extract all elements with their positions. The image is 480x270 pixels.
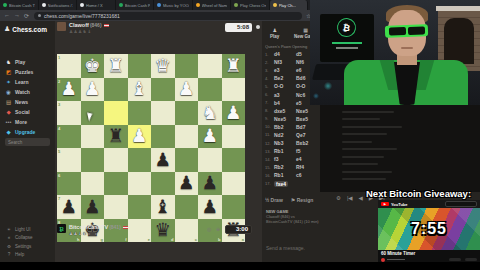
black-move[interactable]: Bxb2 (296, 140, 318, 146)
bitcoin-cash-banner: ₿ (320, 14, 374, 62)
social-icon: ◆ (5, 109, 12, 115)
streamer-mouth (401, 47, 413, 49)
tab-label: Bitcoin Cash Price (B... (125, 3, 151, 8)
white-p-piece[interactable]: ♟ (128, 125, 152, 149)
bottom-player-avatar[interactable]: ₿ (57, 224, 66, 233)
white-p-piece[interactable]: ♟ (222, 101, 246, 125)
sunglass-lens (388, 27, 405, 36)
square-h3[interactable]: 3 (57, 101, 81, 125)
square-c1[interactable] (175, 54, 199, 78)
sidebar-item-social[interactable]: ◆Social (5, 107, 53, 117)
url-text[interactable]: chess.com/game/live/7778231681 (44, 13, 120, 19)
black-move[interactable]: f5 (296, 148, 318, 154)
white-p-piece[interactable]: ♟ (175, 78, 199, 102)
chat-message-bar (342, 118, 380, 120)
status-dot (256, 25, 260, 29)
top-player-clock: 5:08 (225, 23, 252, 32)
learn-icon: ✦ (5, 79, 12, 85)
bottom-player-clock: 3:00 (225, 225, 252, 234)
chess-board[interactable]: 1♚♜♛♜2♟♟♝♟3♞♟4♜♟♟5♟6♟♟7♟♟♝♟8hg♚fed♛cba♜ (57, 54, 245, 242)
square-a6[interactable] (222, 172, 246, 196)
square-e3[interactable] (128, 101, 152, 125)
square-c2[interactable]: ♟ (175, 78, 199, 102)
sunglass-lens (407, 26, 424, 35)
bitcoin-logo-icon: ₿ (335, 16, 357, 38)
collapse-icon: « (6, 235, 12, 240)
square-g1[interactable]: ♚ (81, 54, 105, 78)
diamond-icon: ◆ (5, 129, 12, 135)
like-button (449, 258, 461, 262)
white-move[interactable]: d4 (274, 51, 296, 57)
youtube-brand: YouTube (391, 202, 408, 207)
tab-label: Music by YOOA (... (163, 3, 189, 8)
countdown-timer: 7:55 (411, 220, 447, 238)
white-move[interactable]: Nd2 (274, 132, 296, 138)
rank-label-6: 6 (58, 173, 60, 178)
youtube-chrome: ▶ YouTube (378, 200, 480, 208)
square-g7[interactable]: ♟ (81, 195, 105, 219)
sidebar-item-label: Puzzles (15, 69, 33, 75)
stream-chat-overlay (320, 105, 480, 192)
tab-label: Home / X (86, 3, 103, 8)
chat-line-2: BitcoinCashTV (841) (10 min) (266, 219, 376, 224)
square-a4[interactable] (222, 125, 246, 149)
tab-favicon (42, 3, 46, 7)
resign-button[interactable]: ⚑ Resign (291, 197, 314, 203)
square-a1[interactable]: ♜ (222, 54, 246, 78)
white-move[interactable]: Rb1 (274, 172, 296, 178)
new-game-tab-icon: ▦ (303, 27, 308, 33)
square-g4[interactable] (81, 125, 105, 149)
play-tab-label: Play (270, 34, 279, 39)
file-label-f: f (125, 237, 126, 242)
more-icon: ••• (5, 119, 12, 125)
footer-item-label: Collapse (15, 235, 33, 240)
logo-text: Chess.com (12, 26, 47, 33)
video-title: 60 Minute Timer (381, 251, 415, 256)
move-number: 8. (265, 108, 274, 113)
top-captured-tray: ♟♟♟♞♝ (69, 29, 92, 34)
tab-play[interactable]: ♟ Play (270, 27, 279, 39)
black-move[interactable]: Rf4 (296, 164, 318, 170)
square-b3[interactable]: ♞ (198, 101, 222, 125)
square-d1[interactable]: ♛ (151, 54, 175, 78)
white-move[interactable]: dxe5 (274, 108, 296, 114)
square-h4[interactable]: 4 (57, 125, 81, 149)
bottom-player-name[interactable]: BitcoinCashTV(841) (69, 224, 128, 230)
white-move[interactable]: f3 (274, 156, 296, 162)
square-c7[interactable] (175, 195, 199, 219)
move-row-10: 10.Bb2Bd7 (265, 123, 321, 131)
move-number: 11. (265, 132, 274, 137)
move-row-16: 16.Rb1c6 (265, 171, 321, 179)
move-row-11: 11.Nd2Qe7 (265, 131, 321, 139)
file-label-e: e (148, 237, 150, 242)
search-placeholder: Search (8, 140, 22, 145)
bottom-player-row: ₿ BitcoinCashTV(841) ♟♟♝♞ ◎ ⊕ 3:00 (57, 224, 253, 236)
move-number: 2. (265, 60, 274, 65)
square-a5[interactable] (222, 148, 246, 172)
square-e4[interactable]: ♟ (128, 125, 152, 149)
chat-message-bar (342, 111, 394, 113)
black-move[interactable]: Nxe5 (296, 108, 318, 114)
prev-move-button[interactable]: ◀ (359, 195, 363, 201)
move-number: 17. (265, 181, 274, 186)
footer-item-settings[interactable]: ⚙Settings (6, 242, 52, 250)
tab-favicon (80, 3, 84, 7)
bottom-player-rating: (841) (109, 224, 121, 230)
square-b1[interactable] (198, 54, 222, 78)
channel-avatar (381, 258, 385, 262)
white-k-piece[interactable]: ♚ (81, 54, 105, 78)
tab-favicon (273, 3, 277, 7)
move-number: 9. (265, 116, 274, 121)
square-d5[interactable]: ♟ (151, 148, 175, 172)
tab-favicon (196, 3, 200, 7)
sidebar-item-label: More (15, 119, 27, 125)
file-label-h: h (77, 237, 79, 242)
back-icon[interactable]: ← (4, 12, 10, 18)
rank-label-5: 5 (58, 149, 60, 154)
square-g5[interactable] (81, 148, 105, 172)
help-icon: ? (6, 252, 12, 257)
focus-mode-icon[interactable]: ◎ (207, 226, 211, 232)
move-row-8: 8.dxe5Nxe5 (265, 107, 321, 115)
square-a3[interactable]: ♟ (222, 101, 246, 125)
square-h2[interactable]: 2♟ (57, 78, 81, 102)
tab-label: Notifications / X (48, 3, 74, 8)
move-row-13: 13.Rb1f5 (265, 147, 321, 155)
footer-item-label: Light UI (15, 227, 31, 232)
file-label-c: c (195, 237, 197, 242)
chat-message-bar (342, 126, 402, 128)
square-e5[interactable] (128, 148, 152, 172)
white-move[interactable]: Nb3 (274, 140, 296, 146)
rank-label-4: 4 (58, 126, 60, 131)
square-f5[interactable] (104, 148, 128, 172)
square-b6[interactable]: ♟ (198, 172, 222, 196)
tab-label: Play Ch... (279, 3, 296, 8)
square-d3[interactable] (151, 101, 175, 125)
square-h5[interactable]: 5 (57, 148, 81, 172)
browser-tab-6[interactable]: Play Chess Online fo... (231, 0, 270, 10)
white-move[interactable]: Bb2 (274, 124, 296, 130)
chat-message-bar (342, 156, 384, 158)
tab-label: Wheel of Names | Sp... (202, 3, 228, 8)
square-b4[interactable]: ♟ (198, 125, 222, 149)
youtube-logo-icon: ▶ (381, 202, 389, 207)
square-f6[interactable] (104, 172, 128, 196)
white-move[interactable]: Nf3 (274, 59, 296, 65)
white-move[interactable]: b4 (274, 100, 296, 106)
chat-message-bar (342, 148, 397, 150)
white-move[interactable]: a3 (274, 92, 296, 98)
square-h1[interactable]: 1 (57, 54, 81, 78)
white-move[interactable]: O-O (274, 83, 296, 89)
black-move[interactable]: e4 (296, 156, 318, 162)
add-icon[interactable]: ⊕ (216, 226, 220, 232)
browser-tab-2[interactable]: Home / X (77, 0, 116, 10)
move-row-15: 15.Rb2Rf4 (265, 163, 321, 171)
black-b-piece[interactable]: ♝ (151, 195, 175, 219)
browser-tab-1[interactable]: Notifications / X (39, 0, 78, 10)
watch-icon: ◉ (5, 89, 12, 95)
black-move[interactable]: Qe7 (296, 132, 318, 138)
square-f3[interactable] (104, 101, 128, 125)
top-player-flag-icon (104, 24, 109, 28)
sidebar-item-label: Social (15, 109, 30, 115)
black-move[interactable]: c6 (296, 172, 318, 178)
tab-favicon (234, 3, 238, 7)
banner-text-line (336, 47, 358, 49)
footer-item-light-ui[interactable]: ☀Light UI (6, 225, 52, 233)
move-row-9: 9.Nxe5Bxe5 (265, 115, 321, 123)
chat-message-bar (342, 133, 387, 135)
sidebar-item-label: News (15, 99, 28, 105)
browser-tab-5[interactable]: Wheel of Names | Sp... (193, 0, 232, 10)
bottom-captured-tray: ♟♟♝♞ (69, 231, 87, 236)
square-c5[interactable] (175, 148, 199, 172)
sidebar: ♟ Chess.com ♞Play◩Puzzles✦Learn◉Watch▤Ne… (0, 21, 55, 262)
move-number: 10. (265, 124, 274, 129)
sidebar-item-upgrade[interactable]: ◆ Upgrade (5, 127, 53, 137)
chesscom-logo[interactable]: ♟ Chess.com (4, 25, 47, 33)
browser-tab-7[interactable]: Play Ch... (270, 0, 309, 10)
move-number: 1. (265, 52, 274, 57)
forward-icon[interactable]: → (14, 12, 20, 18)
square-e2[interactable]: ♝ (128, 78, 152, 102)
rank-label-3: 3 (58, 102, 60, 107)
black-p-piece[interactable]: ♟ (198, 172, 222, 196)
sidebar-item-label: Watch (15, 89, 30, 95)
chat-message-bar (342, 163, 378, 165)
banner-text-line (332, 42, 362, 44)
square-c6[interactable]: ♟ (175, 172, 199, 196)
share-button (465, 258, 477, 262)
search-input[interactable]: Search (5, 138, 50, 146)
timer-video: 7:55 (378, 208, 480, 250)
white-p-piece[interactable]: ♟ (57, 78, 81, 102)
fireplace-opening (444, 18, 474, 64)
black-r-piece[interactable]: ♜ (104, 125, 128, 149)
sidebar-item-play[interactable]: ♞Play (5, 57, 53, 67)
move-number: 12. (265, 141, 274, 146)
move-number: 4. (265, 76, 274, 81)
black-move[interactable]: Bd7 (296, 124, 318, 130)
move-number: 14. (265, 157, 274, 162)
square-h6[interactable]: 6 (57, 172, 81, 196)
square-b2[interactable] (198, 78, 222, 102)
sidebar-item-learn[interactable]: ✦Learn (5, 77, 53, 87)
browser-tab-4[interactable]: Music by YOOA (... (154, 0, 193, 10)
upgrade-label: Upgrade (15, 129, 35, 135)
site-info-icon[interactable] (38, 14, 41, 17)
white-move[interactable]: Rb2 (274, 164, 296, 170)
square-f1[interactable]: ♜ (104, 54, 128, 78)
green-sunglasses (385, 24, 428, 37)
game-chat: NEW GAME Clawoff (846) vs BitcoinCashTV … (266, 209, 376, 224)
square-g6[interactable] (81, 172, 105, 196)
white-move[interactable]: Nxe5 (274, 116, 296, 122)
white-r-piece[interactable]: ♜ (104, 54, 128, 78)
black-p-piece[interactable]: ♟ (57, 195, 81, 219)
square-d4[interactable] (151, 125, 175, 149)
address-bar[interactable]: chess.com/game/live/7778231681 (34, 12, 302, 20)
browser-tab-0[interactable]: Bitcoin Cash TV (@Bit... (0, 0, 39, 10)
footer-item-label: Settings (15, 244, 31, 249)
youtube-timer-embed: ▶ YouTube 7:55 60 Minute Timer (378, 200, 480, 262)
footer-item-collapse[interactable]: «Collapse (6, 234, 52, 242)
square-b5[interactable] (198, 148, 222, 172)
move-number: 3. (265, 68, 274, 73)
settings-icon[interactable]: ⚙ (336, 195, 341, 201)
white-p-piece[interactable]: ♟ (81, 78, 105, 102)
square-e1[interactable] (128, 54, 152, 78)
channel-name-bar (387, 259, 405, 261)
draw-button[interactable]: ½ Draw (265, 197, 283, 203)
stream-screenshot: Bitcoin Cash TV (@Bit...Notifications / … (0, 0, 480, 270)
chat-message-bar (342, 178, 386, 180)
youtube-search-bar (445, 201, 477, 207)
sidebar-item-watch[interactable]: ◉Watch (5, 87, 53, 97)
tab-favicon (3, 3, 7, 7)
move-row-12: 12.Nb3Bxb2 (265, 139, 321, 147)
sidebar-item-puzzles[interactable]: ◩Puzzles (5, 67, 53, 77)
white-b-piece[interactable]: ♝ (128, 78, 152, 102)
play-icon: ♞ (5, 59, 12, 65)
top-player-name[interactable]: Clawoff(846) (69, 22, 109, 28)
sidebar-item-label: Play (15, 59, 25, 65)
square-b7[interactable]: ♟ (198, 195, 222, 219)
reload-icon[interactable]: ⟳ (24, 12, 29, 19)
white-q-piece[interactable]: ♛ (151, 54, 175, 78)
rank-label-1: 1 (58, 55, 60, 60)
white-move[interactable]: Be2 (274, 75, 296, 81)
square-d6[interactable] (151, 172, 175, 196)
footer-item-help[interactable]: ?Help (6, 251, 52, 259)
move-row-17: 17.fxe4 (265, 180, 321, 188)
sidebar-item-more[interactable]: •••More (5, 117, 53, 127)
move-number: 15. (265, 165, 274, 170)
black-p-piece[interactable]: ♟ (151, 148, 175, 172)
bottom-black-bar (0, 262, 480, 270)
black-p-piece[interactable]: ♟ (81, 195, 105, 219)
square-c4[interactable] (175, 125, 199, 149)
square-e6[interactable] (128, 172, 152, 196)
puzzles-icon: ◩ (5, 69, 12, 75)
white-r-piece[interactable]: ♜ (222, 54, 246, 78)
white-n-piece[interactable]: ♞ (198, 101, 222, 125)
tab-label: Play Chess Online fo... (240, 3, 266, 8)
giveaway-label: Next Bitcoin Giveaway: (366, 188, 471, 199)
white-p-piece[interactable]: ♟ (198, 125, 222, 149)
top-player-rating: (846) (90, 22, 102, 28)
square-f7[interactable] (104, 195, 128, 219)
footer-item-label: Help (15, 252, 24, 257)
light-ui-icon: ☀ (6, 227, 12, 232)
move-number: 6. (265, 92, 274, 97)
webcam-overlay: ₿ (310, 0, 480, 105)
white-move[interactable]: e3 (274, 67, 296, 73)
black-p-piece[interactable]: ♟ (198, 195, 222, 219)
sidebar-item-label: Learn (15, 79, 29, 85)
message-input[interactable]: Send a message. (266, 245, 305, 251)
white-move[interactable]: Rb1 (274, 148, 296, 154)
square-h7[interactable]: 7♟ (57, 195, 81, 219)
square-d2[interactable] (151, 78, 175, 102)
first-move-button[interactable]: |◀ (347, 195, 353, 201)
move-number: 13. (265, 149, 274, 154)
browser-tab-3[interactable]: Bitcoin Cash Price (B... (116, 0, 155, 10)
white-move[interactable]: fxe4 (274, 181, 288, 187)
file-label-b: b (218, 237, 220, 242)
top-player-row: Clawoff(846) ♟♟♟♞♝ 5:08 (57, 22, 253, 34)
play-tab-icon: ♟ (272, 27, 276, 33)
square-g2[interactable]: ♟ (81, 78, 105, 102)
sidebar-item-news[interactable]: ▤News (5, 97, 53, 107)
square-a7[interactable] (222, 195, 246, 219)
square-f2[interactable] (104, 78, 128, 102)
move-number: 7. (265, 100, 274, 105)
square-f4[interactable]: ♜ (104, 125, 128, 149)
logo-pawn-icon: ♟ (4, 25, 10, 33)
move-row-14: 14.f3e4 (265, 155, 321, 163)
chat-message-bar (342, 141, 372, 143)
move-number: 5. (265, 84, 274, 89)
square-d7[interactable]: ♝ (151, 195, 175, 219)
top-player-avatar[interactable] (57, 22, 66, 31)
settings-icon: ⚙ (6, 244, 12, 249)
square-c3[interactable] (175, 101, 199, 125)
tab-favicon (157, 3, 161, 7)
tab-favicon (119, 3, 123, 7)
square-e7[interactable] (128, 195, 152, 219)
black-p-piece[interactable]: ♟ (175, 172, 199, 196)
move-number: 16. (265, 173, 274, 178)
square-a2[interactable] (222, 78, 246, 102)
tab-label: Bitcoin Cash TV (@Bit... (9, 3, 35, 8)
news-icon: ▤ (5, 99, 12, 105)
draw-resign-row: ½ Draw ⚑ Resign (265, 197, 313, 203)
black-move[interactable]: Bxe5 (296, 116, 318, 122)
chat-message-bar (342, 171, 392, 173)
bottom-player-flag-icon (123, 226, 128, 230)
